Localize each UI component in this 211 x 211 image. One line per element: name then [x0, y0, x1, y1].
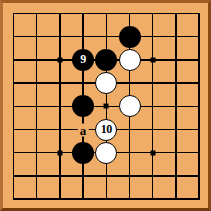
grid-line-vertical [152, 13, 153, 200]
point-label-a: a [78, 123, 89, 136]
stone-black-move-9: 9 [72, 49, 94, 71]
stone-white [119, 49, 141, 71]
star-point [150, 57, 155, 62]
stone-black [119, 26, 141, 48]
stone-black [72, 95, 94, 117]
stone-white [95, 142, 117, 164]
stone-white [119, 95, 141, 117]
grid-line-horizontal [13, 175, 200, 176]
stone-white-move-10: 10 [95, 119, 117, 141]
go-board: 910a [3, 3, 208, 208]
board-frame: 910a [0, 0, 211, 211]
star-point [150, 150, 155, 155]
grid-line-horizontal [13, 198, 200, 199]
star-point [57, 150, 62, 155]
stone-white [95, 72, 117, 94]
grid-line-vertical [198, 13, 199, 200]
grid-line-vertical [175, 13, 176, 200]
stone-black [72, 142, 94, 164]
stone-black [95, 49, 117, 71]
star-point [57, 57, 62, 62]
star-point [104, 104, 109, 109]
